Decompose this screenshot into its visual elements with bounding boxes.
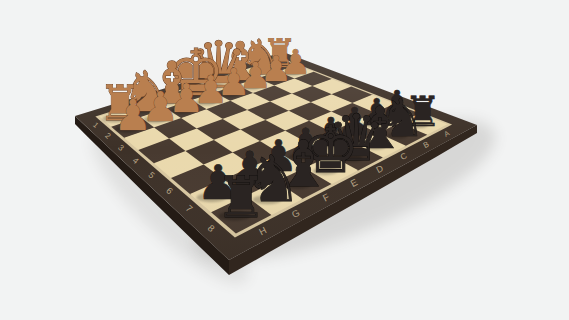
piece-black-rook-h8[interactable]: ♜: [215, 164, 266, 230]
render-canvas: 12345678ABCDEFGH♜♞♟♝♟♛♟♚♟♝♟♞♟♟♜♟♟♜♟♟♞♟♝♟…: [0, 0, 569, 320]
chessboard-3d-render: 12345678ABCDEFGH♜♞♟♝♟♛♟♚♟♝♟♞♟♟♜♟♟♜♟♟♞♟♝♟…: [0, 0, 569, 320]
piece-white-pawn-h2[interactable]: ♟: [114, 90, 152, 140]
